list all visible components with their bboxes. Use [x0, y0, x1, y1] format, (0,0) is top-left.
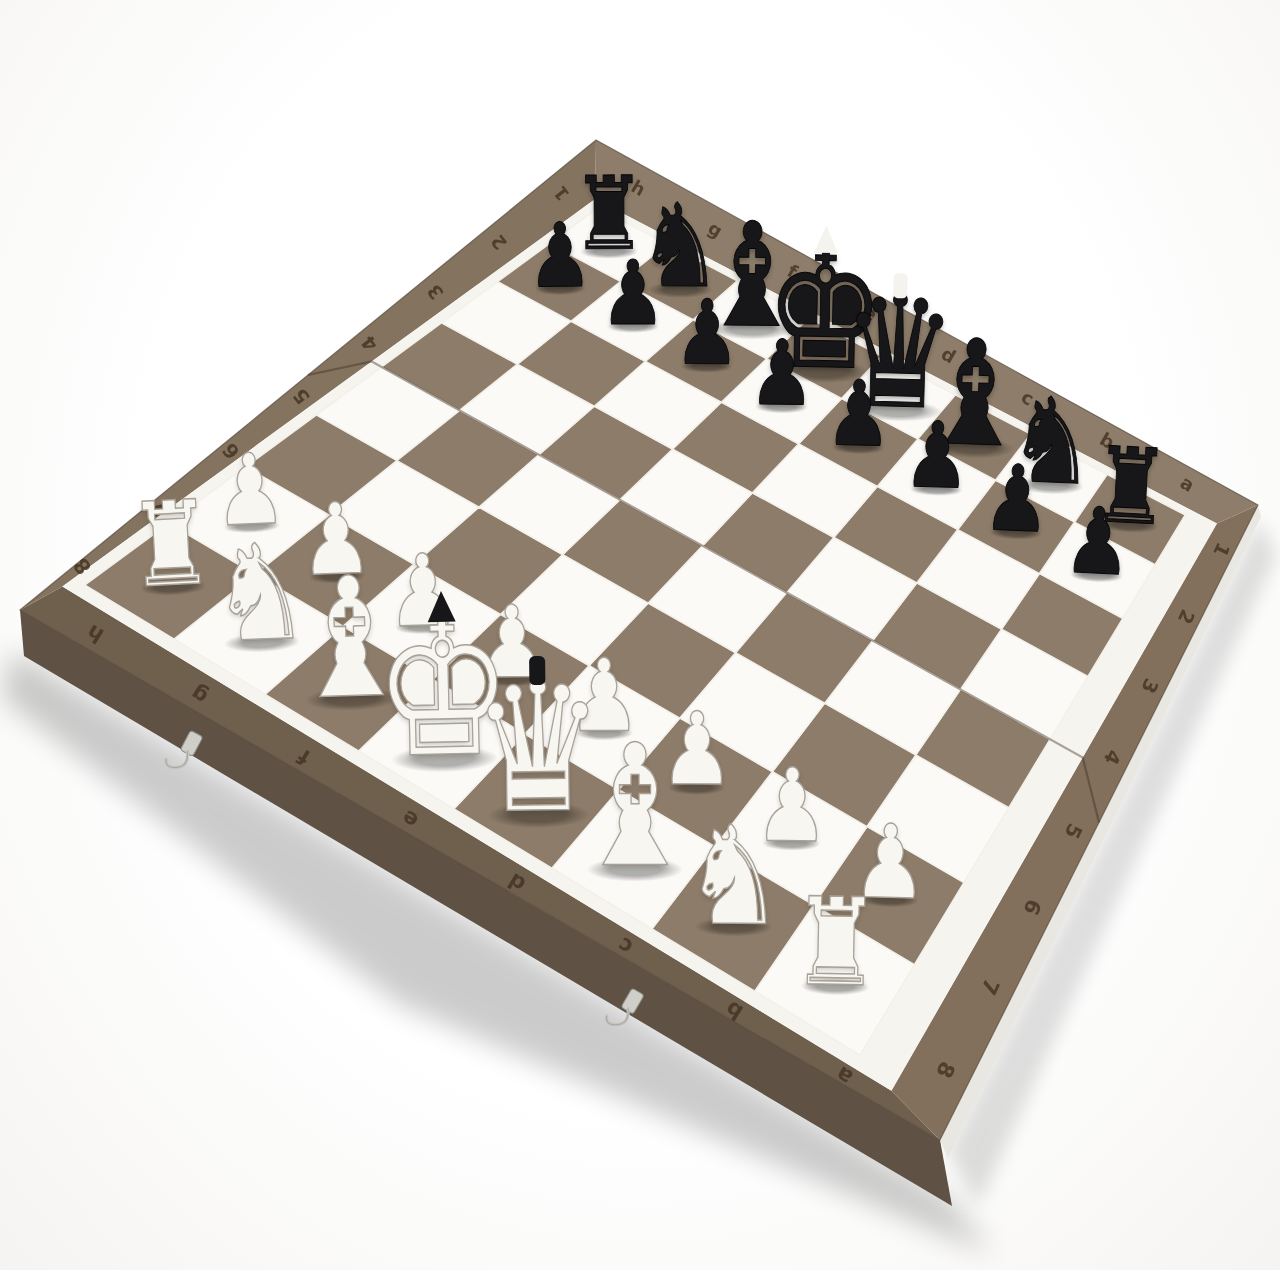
piece-white-rook-a8[interactable]: ♜ [781, 894, 891, 990]
pawn-glyph: ♟ [825, 379, 893, 451]
piece-black-pawn-a2[interactable]: ♟ [1055, 504, 1140, 579]
pawn-glyph: ♟ [1063, 505, 1134, 580]
rook-glyph: ♜ [791, 894, 882, 990]
pawn-glyph: ♟ [982, 462, 1052, 536]
piece-black-pawn-b2[interactable]: ♟ [975, 462, 1059, 536]
black-king-finial-accent [814, 226, 839, 253]
black-queen-finial-accent [894, 273, 908, 298]
pawn-glyph: ♟ [527, 220, 593, 290]
pawn-glyph: ♟ [600, 259, 666, 329]
piece-black-pawn-e2[interactable]: ♟ [741, 338, 823, 409]
piece-white-knight-b8[interactable]: ♞ [673, 822, 796, 930]
pawn-glyph: ♟ [903, 420, 972, 493]
pawn-glyph: ♟ [674, 298, 740, 368]
white-king-finial-accent [427, 591, 456, 623]
white-queen-finial-accent [529, 656, 545, 685]
piece-black-pawn-c2[interactable]: ♟ [895, 420, 979, 493]
piece-black-pawn-g2[interactable]: ♟ [593, 259, 673, 329]
chess-photo-scene: hh88gg77ff66ee55dd44cc33bb22aa11 ♜♞♟♝♟♚♟… [0, 0, 1280, 1270]
piece-black-pawn-f2[interactable]: ♟ [667, 298, 748, 368]
knight-glyph: ♞ [684, 822, 785, 929]
piece-black-pawn-h2[interactable]: ♟ [520, 220, 600, 290]
pawn-glyph: ♟ [749, 338, 816, 409]
piece-black-pawn-d2[interactable]: ♟ [818, 378, 901, 450]
